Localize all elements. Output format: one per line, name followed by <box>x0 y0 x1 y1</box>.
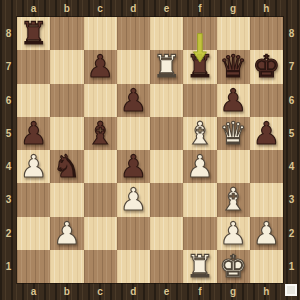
file-label-a: a <box>17 283 50 300</box>
piece-black-bishop[interactable]: ♝ <box>86 117 114 150</box>
file-labels-bottom: abcdefgh <box>17 283 283 300</box>
piece-white-rook[interactable]: ♜ <box>153 50 181 83</box>
file-label-g: g <box>217 283 250 300</box>
square-f8[interactable] <box>183 17 216 50</box>
square-g2[interactable]: ♟ <box>217 217 250 250</box>
file-label-d: d <box>117 283 150 300</box>
piece-black-pawn[interactable]: ♟ <box>86 50 114 83</box>
rank-label-8: 8 <box>0 17 17 50</box>
file-label-e: e <box>150 283 183 300</box>
file-label-e: e <box>150 0 183 17</box>
square-a4[interactable]: ♟ <box>17 150 50 183</box>
file-label-b: b <box>50 0 83 17</box>
square-e7[interactable]: ♜ <box>150 50 183 83</box>
piece-white-pawn[interactable]: ♟ <box>119 183 147 216</box>
square-d8[interactable] <box>117 17 150 50</box>
square-h6[interactable] <box>250 84 283 117</box>
square-e6[interactable] <box>150 84 183 117</box>
square-g3[interactable]: ♝ <box>217 183 250 216</box>
piece-black-pawn[interactable]: ♟ <box>219 84 247 117</box>
square-a5[interactable]: ♟ <box>17 117 50 150</box>
square-a8[interactable]: ♜ <box>17 17 50 50</box>
square-f6[interactable] <box>183 84 216 117</box>
rank-label-1: 1 <box>283 250 300 283</box>
piece-white-pawn[interactable]: ♟ <box>186 150 214 183</box>
square-c5[interactable]: ♝ <box>84 117 117 150</box>
piece-black-rook[interactable]: ♜ <box>186 50 214 83</box>
square-h3[interactable] <box>250 183 283 216</box>
piece-black-king[interactable]: ♚ <box>252 50 280 83</box>
square-c6[interactable] <box>84 84 117 117</box>
rank-labels-right: 87654321 <box>283 17 300 283</box>
square-e2[interactable] <box>150 217 183 250</box>
chessboard-widget: abcdefgh abcdefgh 87654321 87654321 ♜♟♜♜… <box>0 0 300 300</box>
file-label-b: b <box>50 283 83 300</box>
rank-label-5: 5 <box>0 117 17 150</box>
square-f4[interactable]: ♟ <box>183 150 216 183</box>
square-e1[interactable] <box>150 250 183 283</box>
file-labels-top: abcdefgh <box>17 0 283 17</box>
piece-black-pawn[interactable]: ♟ <box>119 150 147 183</box>
piece-white-pawn[interactable]: ♟ <box>53 217 81 250</box>
square-d2[interactable] <box>117 217 150 250</box>
square-a6[interactable] <box>17 84 50 117</box>
square-b4[interactable]: ♞ <box>50 150 83 183</box>
square-h8[interactable] <box>250 17 283 50</box>
square-g1[interactable]: ♚ <box>217 250 250 283</box>
piece-black-queen[interactable]: ♛ <box>219 50 247 83</box>
square-h2[interactable]: ♟ <box>250 217 283 250</box>
rank-label-2: 2 <box>0 217 17 250</box>
square-c3[interactable] <box>84 183 117 216</box>
rank-label-6: 6 <box>283 84 300 117</box>
square-b1[interactable] <box>50 250 83 283</box>
square-f2[interactable] <box>183 217 216 250</box>
square-c8[interactable] <box>84 17 117 50</box>
square-b6[interactable] <box>50 84 83 117</box>
rank-label-2: 2 <box>283 217 300 250</box>
piece-black-pawn[interactable]: ♟ <box>20 117 48 150</box>
file-label-d: d <box>117 0 150 17</box>
square-b8[interactable] <box>50 17 83 50</box>
square-c1[interactable] <box>84 250 117 283</box>
file-label-h: h <box>250 283 283 300</box>
rank-label-6: 6 <box>0 84 17 117</box>
file-label-g: g <box>217 0 250 17</box>
square-c7[interactable]: ♟ <box>84 50 117 83</box>
rank-labels-left: 87654321 <box>0 17 17 283</box>
square-g6[interactable]: ♟ <box>217 84 250 117</box>
rank-label-3: 3 <box>283 183 300 216</box>
file-label-c: c <box>84 283 117 300</box>
rank-label-5: 5 <box>283 117 300 150</box>
square-c4[interactable] <box>84 150 117 183</box>
piece-black-knight[interactable]: ♞ <box>53 150 81 183</box>
square-h5[interactable]: ♟ <box>250 117 283 150</box>
file-label-a: a <box>17 0 50 17</box>
square-d6[interactable]: ♟ <box>117 84 150 117</box>
square-a1[interactable] <box>17 250 50 283</box>
square-e4[interactable] <box>150 150 183 183</box>
rank-label-3: 3 <box>0 183 17 216</box>
square-f1[interactable]: ♜ <box>183 250 216 283</box>
square-g7[interactable]: ♛ <box>217 50 250 83</box>
square-c2[interactable] <box>84 217 117 250</box>
rank-label-8: 8 <box>283 17 300 50</box>
piece-white-bishop[interactable]: ♝ <box>186 117 214 150</box>
square-a7[interactable] <box>17 50 50 83</box>
file-label-f: f <box>183 0 216 17</box>
square-f3[interactable] <box>183 183 216 216</box>
rank-label-4: 4 <box>283 150 300 183</box>
square-e3[interactable] <box>150 183 183 216</box>
square-e8[interactable] <box>150 17 183 50</box>
square-d4[interactable]: ♟ <box>117 150 150 183</box>
square-b2[interactable]: ♟ <box>50 217 83 250</box>
file-label-f: f <box>183 283 216 300</box>
chess-board[interactable]: ♜♟♜♜♛♚♟♟♟♝♝♛♟♟♞♟♟♟♝♟♟♟♜♚ <box>17 17 283 283</box>
square-d5[interactable] <box>117 117 150 150</box>
square-e5[interactable] <box>150 117 183 150</box>
piece-white-king[interactable]: ♚ <box>219 250 247 283</box>
rank-label-7: 7 <box>0 50 17 83</box>
square-b7[interactable] <box>50 50 83 83</box>
square-f7[interactable]: ♜ <box>183 50 216 83</box>
square-d7[interactable] <box>117 50 150 83</box>
rank-label-4: 4 <box>0 150 17 183</box>
square-b5[interactable] <box>50 117 83 150</box>
piece-white-pawn[interactable]: ♟ <box>20 150 48 183</box>
piece-black-pawn[interactable]: ♟ <box>252 117 280 150</box>
file-label-h: h <box>250 0 283 17</box>
square-g8[interactable] <box>217 17 250 50</box>
square-d3[interactable]: ♟ <box>117 183 150 216</box>
square-b3[interactable] <box>50 183 83 216</box>
square-h4[interactable] <box>250 150 283 183</box>
square-g5[interactable]: ♛ <box>217 117 250 150</box>
rank-label-7: 7 <box>283 50 300 83</box>
file-label-c: c <box>84 0 117 17</box>
piece-white-queen[interactable]: ♛ <box>219 117 247 150</box>
piece-white-pawn[interactable]: ♟ <box>219 217 247 250</box>
piece-white-pawn[interactable]: ♟ <box>252 217 280 250</box>
piece-white-bishop[interactable]: ♝ <box>219 183 247 216</box>
corner-badge-icon <box>285 284 297 296</box>
rank-label-1: 1 <box>0 250 17 283</box>
square-h1[interactable] <box>250 250 283 283</box>
piece-black-rook[interactable]: ♜ <box>20 17 48 50</box>
piece-white-rook[interactable]: ♜ <box>186 250 214 283</box>
piece-black-pawn[interactable]: ♟ <box>119 84 147 117</box>
square-d1[interactable] <box>117 250 150 283</box>
square-f5[interactable]: ♝ <box>183 117 216 150</box>
square-g4[interactable] <box>217 150 250 183</box>
square-h7[interactable]: ♚ <box>250 50 283 83</box>
square-a2[interactable] <box>17 217 50 250</box>
square-a3[interactable] <box>17 183 50 216</box>
